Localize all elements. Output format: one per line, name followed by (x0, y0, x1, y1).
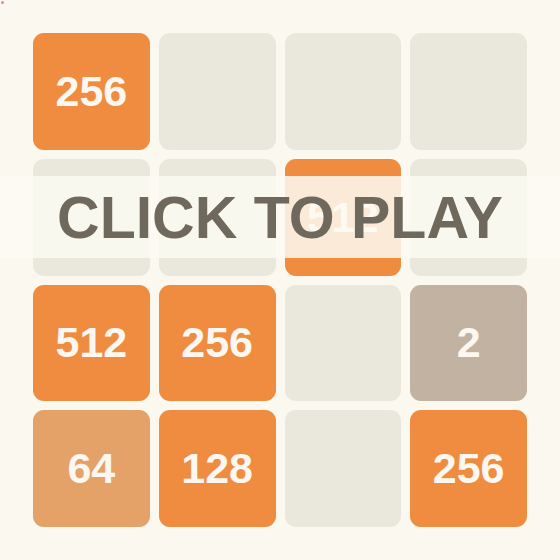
tile-512: 512 (33, 285, 150, 402)
grid-cell-r1c3 (285, 33, 402, 150)
overlay-label: CLICK TO PLAY (57, 189, 503, 248)
grid-cell-r3c3 (285, 285, 402, 402)
tile-2: 2 (410, 285, 527, 402)
grid-cell-r1c2 (159, 33, 276, 150)
grid-cell-r4c3 (285, 410, 402, 527)
artifact-dot (1, 1, 4, 4)
grid-cell-r4c2: 128 (159, 410, 276, 527)
grid-cell-r1c4 (410, 33, 527, 150)
grid-cell-r3c4: 2 (410, 285, 527, 402)
grid-cell-r4c1: 64 (33, 410, 150, 527)
overlay-click-to-play[interactable]: CLICK TO PLAY (0, 176, 560, 258)
game-board-2048[interactable]: 256512512256264128256 CLICK TO PLAY (0, 0, 560, 560)
tile-256: 256 (33, 33, 150, 150)
tile-grid: 256512512256264128256 (33, 33, 527, 527)
tile-64: 64 (33, 410, 150, 527)
grid-cell-r3c2: 256 (159, 285, 276, 402)
tile-256: 256 (410, 410, 527, 527)
tile-128: 128 (159, 410, 276, 527)
grid-cell-r1c1: 256 (33, 33, 150, 150)
grid-cell-r4c4: 256 (410, 410, 527, 527)
grid-cell-r3c1: 512 (33, 285, 150, 402)
tile-256: 256 (159, 285, 276, 402)
